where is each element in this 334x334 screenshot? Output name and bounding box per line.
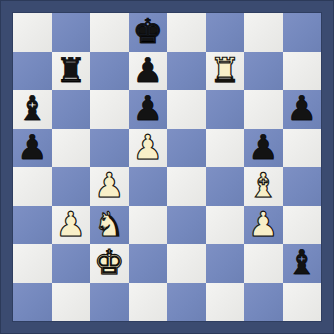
square-b6[interactable] (52, 90, 91, 129)
square-c6[interactable] (90, 90, 129, 129)
black-bishop[interactable]: ♝ (287, 245, 317, 279)
square-g8[interactable] (244, 13, 283, 52)
square-a1[interactable] (13, 283, 52, 322)
square-d3[interactable] (129, 206, 168, 245)
square-e8[interactable] (167, 13, 206, 52)
square-b5[interactable] (52, 129, 91, 168)
square-a4[interactable] (13, 167, 52, 206)
square-c4[interactable]: ♟ (90, 167, 129, 206)
square-a8[interactable] (13, 13, 52, 52)
square-c2[interactable]: ♚ (90, 244, 129, 283)
black-king[interactable]: ♚ (133, 14, 163, 48)
square-a7[interactable] (13, 52, 52, 91)
board-frame: ♚♜♟♜♝♟♟♟♟♟♟♝♟♞♟♚♝ (0, 0, 334, 334)
square-e6[interactable] (167, 90, 206, 129)
square-h2[interactable]: ♝ (283, 244, 322, 283)
white-pawn[interactable]: ♟ (94, 168, 124, 202)
square-f1[interactable] (206, 283, 245, 322)
square-c8[interactable] (90, 13, 129, 52)
square-g5[interactable]: ♟ (244, 129, 283, 168)
square-d8[interactable]: ♚ (129, 13, 168, 52)
black-pawn[interactable]: ♟ (133, 91, 163, 125)
square-d7[interactable]: ♟ (129, 52, 168, 91)
white-pawn[interactable]: ♟ (248, 207, 278, 241)
square-f5[interactable] (206, 129, 245, 168)
white-king[interactable]: ♚ (94, 245, 124, 279)
square-b2[interactable] (52, 244, 91, 283)
square-e3[interactable] (167, 206, 206, 245)
square-g7[interactable] (244, 52, 283, 91)
square-f6[interactable] (206, 90, 245, 129)
black-bishop[interactable]: ♝ (17, 91, 47, 125)
square-f4[interactable] (206, 167, 245, 206)
square-a2[interactable] (13, 244, 52, 283)
black-rook[interactable]: ♜ (56, 53, 86, 87)
square-e7[interactable] (167, 52, 206, 91)
square-h6[interactable]: ♟ (283, 90, 322, 129)
square-d5[interactable]: ♟ (129, 129, 168, 168)
white-pawn[interactable]: ♟ (133, 130, 163, 164)
square-e1[interactable] (167, 283, 206, 322)
square-h5[interactable] (283, 129, 322, 168)
square-a6[interactable]: ♝ (13, 90, 52, 129)
white-bishop[interactable]: ♝ (248, 168, 278, 202)
square-f2[interactable] (206, 244, 245, 283)
square-a3[interactable] (13, 206, 52, 245)
black-pawn[interactable]: ♟ (248, 130, 278, 164)
square-d2[interactable] (129, 244, 168, 283)
white-rook[interactable]: ♜ (210, 53, 240, 87)
white-pawn[interactable]: ♟ (56, 207, 86, 241)
square-d1[interactable] (129, 283, 168, 322)
square-c1[interactable] (90, 283, 129, 322)
square-f8[interactable] (206, 13, 245, 52)
black-pawn[interactable]: ♟ (133, 53, 163, 87)
square-b7[interactable]: ♜ (52, 52, 91, 91)
square-c5[interactable] (90, 129, 129, 168)
square-b4[interactable] (52, 167, 91, 206)
square-h3[interactable] (283, 206, 322, 245)
white-knight[interactable]: ♞ (94, 207, 124, 241)
black-pawn[interactable]: ♟ (287, 91, 317, 125)
square-e4[interactable] (167, 167, 206, 206)
square-f7[interactable]: ♜ (206, 52, 245, 91)
chess-board: ♚♜♟♜♝♟♟♟♟♟♟♝♟♞♟♚♝ (13, 13, 321, 321)
square-g2[interactable] (244, 244, 283, 283)
square-c3[interactable]: ♞ (90, 206, 129, 245)
square-g3[interactable]: ♟ (244, 206, 283, 245)
square-h7[interactable] (283, 52, 322, 91)
square-h8[interactable] (283, 13, 322, 52)
square-g6[interactable] (244, 90, 283, 129)
square-c7[interactable] (90, 52, 129, 91)
square-e5[interactable] (167, 129, 206, 168)
black-pawn[interactable]: ♟ (17, 130, 47, 164)
square-d4[interactable] (129, 167, 168, 206)
square-d6[interactable]: ♟ (129, 90, 168, 129)
square-g4[interactable]: ♝ (244, 167, 283, 206)
square-a5[interactable]: ♟ (13, 129, 52, 168)
square-f3[interactable] (206, 206, 245, 245)
square-b1[interactable] (52, 283, 91, 322)
square-b8[interactable] (52, 13, 91, 52)
square-h4[interactable] (283, 167, 322, 206)
square-h1[interactable] (283, 283, 322, 322)
square-g1[interactable] (244, 283, 283, 322)
square-b3[interactable]: ♟ (52, 206, 91, 245)
square-e2[interactable] (167, 244, 206, 283)
